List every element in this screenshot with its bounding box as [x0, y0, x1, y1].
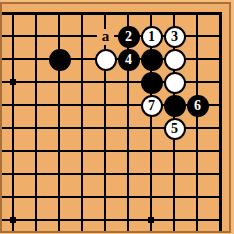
- board-point-p17: 4: [117, 48, 140, 71]
- stone-black: 4: [118, 49, 140, 71]
- stone-white: 5: [164, 118, 186, 140]
- board-point-r18: 3: [163, 25, 186, 48]
- diagram-margin-right: [231, 0, 234, 234]
- stone-black: [49, 49, 71, 71]
- board-point-r15: [163, 94, 186, 117]
- stones-layer: 2134765a: [2, 2, 232, 232]
- board-point-q17: [140, 48, 163, 71]
- diagram-frame-left: [0, 2, 2, 233]
- stone-white: 1: [141, 26, 163, 48]
- stone-black: 2: [118, 26, 140, 48]
- stone-black: [141, 49, 163, 71]
- board-point-q15: 7: [140, 94, 163, 117]
- diagram-frame-right: [229, 2, 231, 233]
- stone-white: 7: [141, 95, 163, 117]
- board-point-m17: [48, 48, 71, 71]
- board-point-s15: 6: [186, 94, 209, 117]
- board-point-o18: a: [94, 25, 117, 48]
- board-point-r16: [163, 71, 186, 94]
- diagram-margin-bottom: [0, 233, 234, 234]
- board-point-r14: 5: [163, 117, 186, 140]
- board-point-r17: [163, 48, 186, 71]
- diagram-frame-bottom: [0, 231, 231, 233]
- diagram-frame-top: [0, 2, 231, 4]
- board-point-o17: [94, 48, 117, 71]
- stone-white: 3: [164, 26, 186, 48]
- stone-black: [164, 95, 186, 117]
- point-label: a: [97, 29, 114, 45]
- stone-black: 6: [187, 95, 209, 117]
- stone-white: [164, 49, 186, 71]
- stone-black: [141, 72, 163, 94]
- board-point-q18: 1: [140, 25, 163, 48]
- board-point-p18: 2: [117, 25, 140, 48]
- go-board-diagram: 2134765a: [0, 0, 234, 234]
- stone-white: [95, 49, 117, 71]
- stone-white: [164, 72, 186, 94]
- board-point-q16: [140, 71, 163, 94]
